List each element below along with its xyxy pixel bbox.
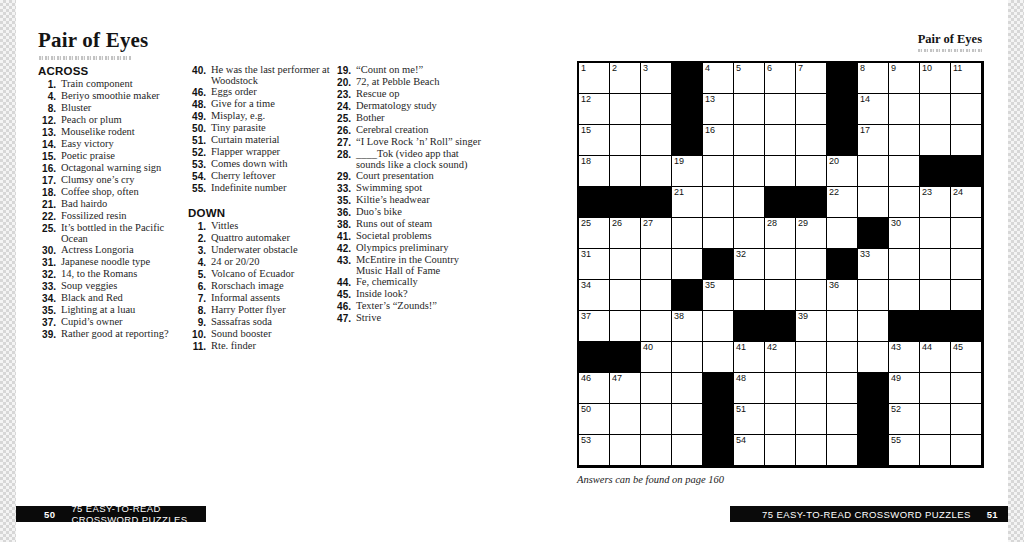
cell-number: 15 <box>581 125 591 135</box>
clue-text: Rescue op <box>356 88 399 100</box>
cell-number: 28 <box>767 218 777 228</box>
grid-cell <box>672 373 703 404</box>
grid-cell <box>796 249 827 280</box>
clue-text: Informal assents <box>211 292 280 304</box>
grid-cell: 21 <box>672 187 703 218</box>
grid-cell <box>610 311 641 342</box>
clue-item: 31.Japanese noodle type <box>38 256 190 268</box>
clue-item: 1.Train component <box>38 78 190 90</box>
grid-cell: 42 <box>765 342 796 373</box>
cell-number: 2 <box>612 63 617 73</box>
cell-number: 21 <box>674 187 684 197</box>
clue-number: 22. <box>38 210 56 222</box>
grid-cell-black <box>827 249 858 280</box>
grid-cell <box>951 94 982 125</box>
cell-number: 17 <box>860 125 870 135</box>
grid-cell: 11 <box>951 63 982 94</box>
clue-number: 1. <box>38 78 56 90</box>
cell-number: 8 <box>860 63 865 73</box>
grid-cell-black <box>672 94 703 125</box>
grid-cell-black <box>610 187 641 218</box>
clue-item: 35.Lighting at a luau <box>38 304 190 316</box>
clue-text: Beriyo smoothie maker <box>61 90 160 102</box>
grid-cell <box>889 280 920 311</box>
grid-cell <box>920 218 951 249</box>
grid-cell: 1 <box>579 63 610 94</box>
grid-cell: 10 <box>920 63 951 94</box>
grid-cell: 41 <box>734 342 765 373</box>
clue-section-header: ACROSS <box>38 64 190 78</box>
footer-bar-left: 50 75 EASY-TO-READ CROSSWORD PUZZLES <box>16 506 206 522</box>
clue-text: Tiny parasite <box>211 122 266 134</box>
grid-cell <box>827 373 858 404</box>
clue-text: Indefinite number <box>211 182 287 194</box>
cell-number: 42 <box>767 342 777 352</box>
cell-number: 39 <box>798 311 808 321</box>
clue-text: Inside look? <box>356 288 408 300</box>
clue-text: Strive <box>356 312 381 324</box>
grid-cell <box>889 249 920 280</box>
cell-number: 6 <box>767 63 772 73</box>
clue-item: 2.Quattro automaker <box>188 232 334 244</box>
grid-cell <box>734 218 765 249</box>
clue-section-header: DOWN <box>188 206 334 220</box>
cell-number: 54 <box>736 435 746 445</box>
grid-cell <box>703 218 734 249</box>
clue-item: 20.72, at Pebble Beach <box>333 76 485 88</box>
cell-number: 44 <box>922 342 932 352</box>
clue-text: Bad hairdo <box>61 198 107 210</box>
grid-cell-black <box>920 156 951 187</box>
clue-number: 33. <box>333 182 351 194</box>
clue-number: 28. <box>333 148 351 170</box>
clue-text: Court presentation <box>356 170 434 182</box>
clue-text: Bother <box>356 112 385 124</box>
clue-text: Rorschach image <box>211 280 284 292</box>
cell-number: 40 <box>643 342 653 352</box>
clue-item: 25.Bother <box>333 112 485 124</box>
grid-cell <box>827 218 858 249</box>
clue-number: 48. <box>188 98 206 110</box>
cell-number: 35 <box>705 280 715 290</box>
clue-col-2: 40.He was the last performer at Woodstoc… <box>188 64 334 352</box>
clue-item: 19.“Count on me!” <box>333 64 485 76</box>
clue-number: 8. <box>188 304 206 316</box>
clue-number: 19. <box>333 64 351 76</box>
grid-cell <box>796 435 827 466</box>
cell-number: 24 <box>953 187 963 197</box>
grid-cell <box>703 187 734 218</box>
clue-text: Actress Longoria <box>61 244 134 256</box>
clue-item: 12.Peach or plum <box>38 114 190 126</box>
grid-cell-black <box>672 63 703 94</box>
clue-item: 55.Indefinite number <box>188 182 334 194</box>
grid-cell <box>641 311 672 342</box>
crossword-grid: 1234567891011121314151617181920212223242… <box>577 61 984 468</box>
grid-cell <box>796 404 827 435</box>
grid-cell <box>858 311 889 342</box>
book-title: 75 EASY-TO-READ CROSSWORD PUZZLES <box>762 509 971 520</box>
grid-cell <box>889 156 920 187</box>
grid-cell <box>765 249 796 280</box>
clue-text: McEntire in the Country Music Hall of Fa… <box>356 254 485 276</box>
clue-number: 29. <box>333 170 351 182</box>
cell-number: 1 <box>581 63 586 73</box>
grid-cell-black <box>796 187 827 218</box>
clue-number: 54. <box>188 170 206 182</box>
grid-cell-black <box>703 435 734 466</box>
clue-number: 18. <box>38 186 56 198</box>
grid-cell: 46 <box>579 373 610 404</box>
grid-cell: 33 <box>858 249 889 280</box>
grid-cell <box>610 125 641 156</box>
grid-cell: 26 <box>610 218 641 249</box>
grid-cell-black <box>672 125 703 156</box>
clue-item: 43.McEntire in the Country Music Hall of… <box>333 254 485 276</box>
clue-item: 5.Volcano of Ecuador <box>188 268 334 280</box>
clue-text: Harry Potter flyer <box>211 304 286 316</box>
grid-cell: 16 <box>703 125 734 156</box>
clue-item: 11.Rte. finder <box>188 340 334 352</box>
grid-cell: 48 <box>734 373 765 404</box>
clue-item: 40.He was the last performer at Woodstoc… <box>188 64 334 86</box>
clue-text: Dermatology study <box>356 100 437 112</box>
grid-cell-black <box>703 404 734 435</box>
grid-cell: 13 <box>703 94 734 125</box>
title-decoration <box>39 56 131 60</box>
clue-number: 10. <box>188 328 206 340</box>
grid-cell <box>951 404 982 435</box>
clue-text: Cupid’s owner <box>61 316 123 328</box>
grid-cell-black <box>610 342 641 373</box>
clue-number: 50. <box>188 122 206 134</box>
grid-cell: 55 <box>889 435 920 466</box>
clue-text: Coffee shop, often <box>61 186 139 198</box>
grid-cell <box>796 342 827 373</box>
clue-text: Curtain material <box>211 134 280 146</box>
grid-cell <box>765 125 796 156</box>
clue-text: “I Love Rock ’n’ Roll” singer <box>356 136 481 148</box>
cell-number: 45 <box>953 342 963 352</box>
clue-item: 23.Rescue op <box>333 88 485 100</box>
grid-cell: 28 <box>765 218 796 249</box>
clue-item: 1.Vittles <box>188 220 334 232</box>
clue-text: Poetic praise <box>61 150 115 162</box>
clue-text: Eggs order <box>211 86 257 98</box>
grid-cell <box>765 373 796 404</box>
grid-cell <box>951 125 982 156</box>
clue-text: Comes down with <box>211 158 287 170</box>
clue-number: 14. <box>38 138 56 150</box>
grid-cell <box>796 280 827 311</box>
clue-number: 24. <box>333 100 351 112</box>
grid-cell-black <box>672 280 703 311</box>
grid-cell <box>641 280 672 311</box>
clue-item: 15.Poetic praise <box>38 150 190 162</box>
cell-number: 23 <box>922 187 932 197</box>
clue-item: 7.Informal assents <box>188 292 334 304</box>
grid-cell <box>920 249 951 280</box>
clue-number: 44. <box>333 276 351 288</box>
clue-number: 15. <box>38 150 56 162</box>
grid-cell <box>796 94 827 125</box>
clue-item: 26.Cerebral creation <box>333 124 485 136</box>
clue-text: Swimming spot <box>356 182 422 194</box>
book-title: 75 EASY-TO-READ CROSSWORD PUZZLES <box>71 503 206 525</box>
clue-number: 25. <box>38 222 56 244</box>
grid-cell <box>672 435 703 466</box>
grid-cell: 22 <box>827 187 858 218</box>
clue-text: Fossilized resin <box>61 210 127 222</box>
grid-cell <box>858 342 889 373</box>
grid-cell-black <box>827 125 858 156</box>
grid-cell <box>734 125 765 156</box>
cell-number: 5 <box>736 63 741 73</box>
grid-cell <box>610 435 641 466</box>
clue-text: Train component <box>61 78 133 90</box>
clue-number: 36. <box>333 206 351 218</box>
grid-cell-black <box>827 94 858 125</box>
clue-number: 16. <box>38 162 56 174</box>
clue-number: 1. <box>188 220 206 232</box>
clue-number: 5. <box>188 268 206 280</box>
grid-cell <box>889 187 920 218</box>
clue-item: 48.Give for a time <box>188 98 334 110</box>
grid-cell-black <box>951 156 982 187</box>
grid-cell <box>796 156 827 187</box>
cell-number: 50 <box>581 404 591 414</box>
clue-number: 23. <box>333 88 351 100</box>
cell-number: 29 <box>798 218 808 228</box>
grid-cell <box>765 404 796 435</box>
running-header-decoration <box>918 49 982 52</box>
grid-cell: 27 <box>641 218 672 249</box>
clue-col-3: 19.“Count on me!”20.72, at Pebble Beach2… <box>333 64 485 324</box>
clue-number: 26. <box>333 124 351 136</box>
clue-text: Duo’s bike <box>356 206 402 218</box>
clue-item: 8.Harry Potter flyer <box>188 304 334 316</box>
grid-cell-black <box>858 373 889 404</box>
grid-cell-black <box>951 311 982 342</box>
clue-item: 54.Cherry leftover <box>188 170 334 182</box>
clue-item: 29.Court presentation <box>333 170 485 182</box>
grid-cell: 44 <box>920 342 951 373</box>
cell-number: 18 <box>581 156 591 166</box>
cell-number: 25 <box>581 218 591 228</box>
clue-item: 39.Rather good at reporting? <box>38 328 190 340</box>
clue-number: 46. <box>188 86 206 98</box>
clue-number: 12. <box>38 114 56 126</box>
grid-cell <box>703 311 734 342</box>
cell-number: 41 <box>736 342 746 352</box>
running-header: Pair of Eyes <box>918 32 982 47</box>
clue-text: 72, at Pebble Beach <box>356 76 439 88</box>
grid-cell-black <box>703 373 734 404</box>
grid-cell <box>951 435 982 466</box>
clue-number: 25. <box>333 112 351 124</box>
grid-cell: 31 <box>579 249 610 280</box>
clue-item: 27.“I Love Rock ’n’ Roll” singer <box>333 136 485 148</box>
grid-cell: 40 <box>641 342 672 373</box>
grid-cell <box>703 342 734 373</box>
grid-cell: 6 <box>765 63 796 94</box>
grid-cell: 12 <box>579 94 610 125</box>
clue-col-1: ACROSS1.Train component4.Beriyo smoothie… <box>38 64 190 340</box>
grid-cell-black <box>858 435 889 466</box>
clue-text: Fe, chemically <box>356 276 418 288</box>
cell-number: 12 <box>581 94 591 104</box>
grid-cell: 25 <box>579 218 610 249</box>
grid-cell: 32 <box>734 249 765 280</box>
grid-cell <box>641 94 672 125</box>
grid-cell: 43 <box>889 342 920 373</box>
grid-cell: 29 <box>796 218 827 249</box>
grid-cell: 37 <box>579 311 610 342</box>
clue-item: 35.Kiltie’s headwear <box>333 194 485 206</box>
grid-cell <box>858 187 889 218</box>
grid-cell <box>765 280 796 311</box>
clue-item: 33.Swimming spot <box>333 182 485 194</box>
clue-text: Societal problems <box>356 230 432 242</box>
clue-text: Octagonal warning sign <box>61 162 161 174</box>
grid-cell: 49 <box>889 373 920 404</box>
grid-cell <box>920 435 951 466</box>
grid-cell: 51 <box>734 404 765 435</box>
page-number-left: 50 <box>44 509 55 520</box>
clue-text: Cherry leftover <box>211 170 275 182</box>
grid-cell <box>951 218 982 249</box>
clue-item: 52.Flapper wrapper <box>188 146 334 158</box>
clue-text: Lighting at a luau <box>61 304 135 316</box>
grid-cell <box>920 373 951 404</box>
grid-cell <box>827 435 858 466</box>
clue-text: Olympics preliminary <box>356 242 448 254</box>
clue-text: 24 or 20/20 <box>211 256 259 268</box>
clue-text: “Count on me!” <box>356 64 423 76</box>
cell-number: 31 <box>581 249 591 259</box>
clue-text: ____Tok (video app that sounds like a cl… <box>356 148 485 170</box>
clue-text: Vittles <box>211 220 238 232</box>
cell-number: 4 <box>705 63 710 73</box>
grid-cell-black <box>579 187 610 218</box>
clue-number: 51. <box>188 134 206 146</box>
cell-number: 34 <box>581 280 591 290</box>
grid-cell <box>951 373 982 404</box>
clue-number: 35. <box>38 304 56 316</box>
clue-item: 46.Texter’s “Zounds!” <box>333 300 485 312</box>
grid-cell: 24 <box>951 187 982 218</box>
clue-text: Peach or plum <box>61 114 122 126</box>
cell-number: 26 <box>612 218 622 228</box>
clue-item: 25.It’s bottled in the Pacific Ocean <box>38 222 190 244</box>
clue-item: 50.Tiny parasite <box>188 122 334 134</box>
clue-item: 47.Strive <box>333 312 485 324</box>
grid-cell-black <box>889 311 920 342</box>
grid-cell-black <box>858 218 889 249</box>
clue-item: 36.Duo’s bike <box>333 206 485 218</box>
clue-text: Texter’s “Zounds!” <box>356 300 437 312</box>
grid-cell: 30 <box>889 218 920 249</box>
clue-item: 46.Eggs order <box>188 86 334 98</box>
clue-number: 17. <box>38 174 56 186</box>
grid-cell: 7 <box>796 63 827 94</box>
clue-item: 3.Underwater obstacle <box>188 244 334 256</box>
grid-cell: 15 <box>579 125 610 156</box>
cell-number: 20 <box>829 156 839 166</box>
clue-item: 42.Olympics preliminary <box>333 242 485 254</box>
clue-text: Black and Red <box>61 292 123 304</box>
cell-number: 49 <box>891 373 901 383</box>
clue-item: 33.Soup veggies <box>38 280 190 292</box>
clue-item: 6.Rorschach image <box>188 280 334 292</box>
clue-item: 8.Bluster <box>38 102 190 114</box>
clue-number: 41. <box>333 230 351 242</box>
clue-item: 38.Runs out of steam <box>333 218 485 230</box>
grid-cell: 47 <box>610 373 641 404</box>
clue-item: 9.Sassafras soda <box>188 316 334 328</box>
grid-cell-black <box>765 187 796 218</box>
clue-number: 49. <box>188 110 206 122</box>
grid-cell-black <box>641 187 672 218</box>
clue-item: 28.____Tok (video app that sounds like a… <box>333 148 485 170</box>
clue-item: 44.Fe, chemically <box>333 276 485 288</box>
clue-number: 4. <box>188 256 206 268</box>
grid-cell <box>641 249 672 280</box>
grid-cell: 53 <box>579 435 610 466</box>
clue-item: 53.Comes down with <box>188 158 334 170</box>
cell-number: 38 <box>674 311 684 321</box>
clue-number: 55. <box>188 182 206 194</box>
grid-cell <box>920 94 951 125</box>
clue-item: 32.14, to the Romans <box>38 268 190 280</box>
grid-cell <box>610 94 641 125</box>
clue-text: Rather good at reporting? <box>61 328 169 340</box>
cell-number: 43 <box>891 342 901 352</box>
clue-text: Quattro automaker <box>211 232 290 244</box>
grid-cell: 5 <box>734 63 765 94</box>
grid-cell: 9 <box>889 63 920 94</box>
grid-cell <box>858 156 889 187</box>
grid-cell <box>765 435 796 466</box>
grid-cell <box>951 249 982 280</box>
grid-cell: 23 <box>920 187 951 218</box>
cell-number: 30 <box>891 218 901 228</box>
cell-number: 7 <box>798 63 803 73</box>
clue-number: 6. <box>188 280 206 292</box>
cell-number: 22 <box>829 187 839 197</box>
clue-number: 52. <box>188 146 206 158</box>
answers-note: Answers can be found on page 160 <box>577 474 724 485</box>
clue-item: 30.Actress Longoria <box>38 244 190 256</box>
grid-cell <box>610 249 641 280</box>
clue-number: 21. <box>38 198 56 210</box>
clue-number: 37. <box>38 316 56 328</box>
cell-number: 36 <box>829 280 839 290</box>
clue-number: 53. <box>188 158 206 170</box>
grid-cell: 14 <box>858 94 889 125</box>
grid-cell <box>827 342 858 373</box>
clue-number: 46. <box>333 300 351 312</box>
grid-cell <box>796 125 827 156</box>
clue-number: 31. <box>38 256 56 268</box>
grid-cell: 4 <box>703 63 734 94</box>
clue-text: 14, to the Romans <box>61 268 137 280</box>
clue-text: Japanese noodle type <box>61 256 150 268</box>
clue-number: 35. <box>333 194 351 206</box>
grid-cell <box>672 218 703 249</box>
grid-cell <box>827 404 858 435</box>
cell-number: 19 <box>674 156 684 166</box>
